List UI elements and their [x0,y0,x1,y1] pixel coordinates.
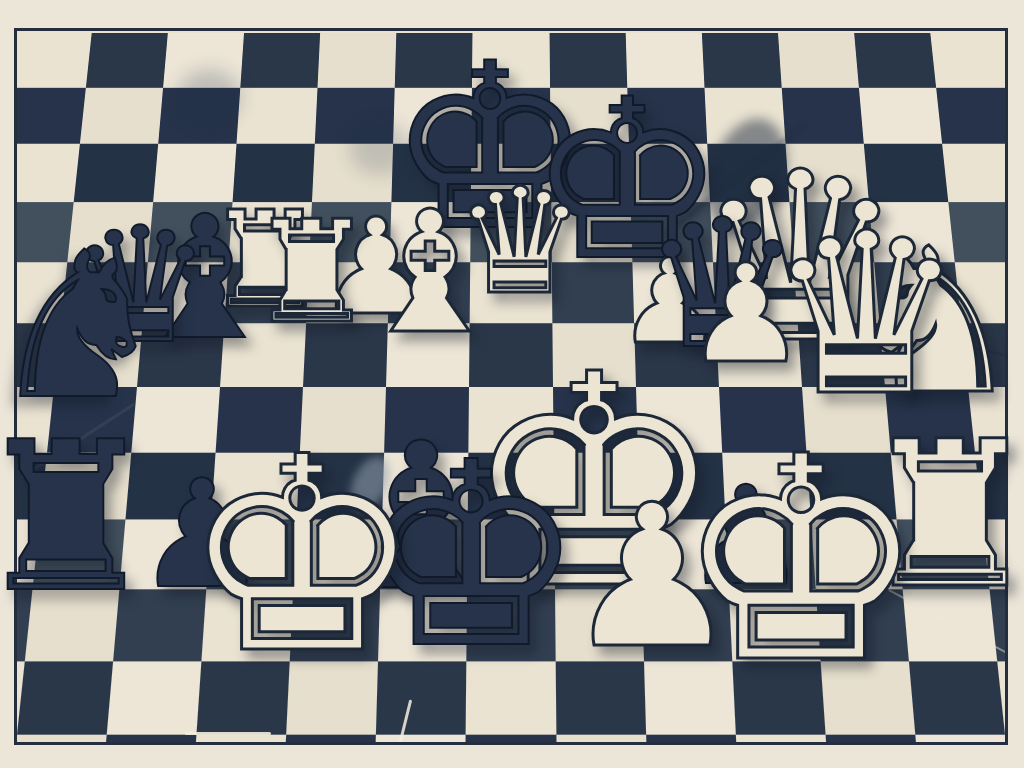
light-king[interactable]: ♚ [181,421,422,690]
light-queen[interactable]: ♛ [766,204,966,427]
light-king[interactable]: ♚ [675,420,928,702]
chess-illustration: ♚♚♛♛♞♞♛♝♜♜♟♝♛♟♛♟♜♟♚♝♚♚♟♟♚♜ [0,0,1024,768]
piece-layer: ♚♚♛♛♞♞♛♝♜♜♟♝♛♟♛♟♜♟♚♝♚♚♟♟♚♜ [0,0,1024,768]
dark-rook[interactable]: ♜ [0,414,159,621]
